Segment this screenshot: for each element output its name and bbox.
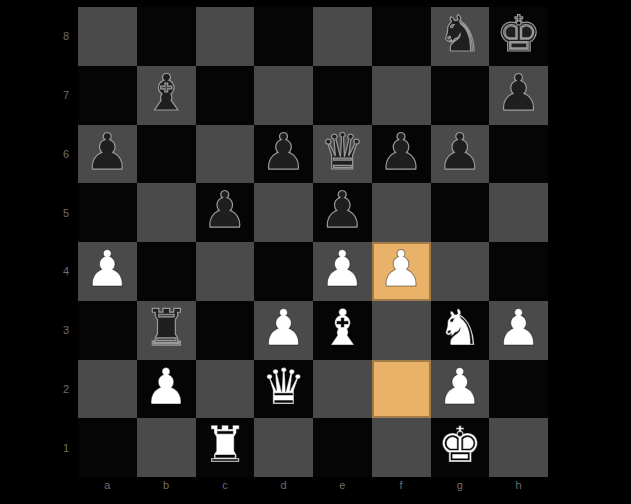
- square-f6[interactable]: ♟: [372, 125, 431, 184]
- square-g2[interactable]: ♟: [431, 360, 490, 419]
- square-g7[interactable]: [431, 66, 490, 125]
- square-b3[interactable]: ♜: [137, 301, 196, 360]
- square-f3[interactable]: [372, 301, 431, 360]
- square-d5[interactable]: [254, 183, 313, 242]
- square-c5[interactable]: ♟: [196, 183, 255, 242]
- square-b8[interactable]: [137, 7, 196, 66]
- rank-label-5: 5: [56, 183, 76, 242]
- square-b1[interactable]: [137, 418, 196, 477]
- rank-label-6: 6: [56, 125, 76, 184]
- square-b7[interactable]: ♝: [137, 66, 196, 125]
- file-label-b: b: [137, 476, 196, 494]
- square-f2[interactable]: [372, 360, 431, 419]
- square-g8[interactable]: ♞: [431, 7, 490, 66]
- black-pawn[interactable]: ♟: [379, 123, 424, 182]
- square-h8[interactable]: ♚: [489, 7, 548, 66]
- square-d4[interactable]: [254, 242, 313, 301]
- square-h6[interactable]: [489, 125, 548, 184]
- square-c6[interactable]: [196, 125, 255, 184]
- square-c7[interactable]: [196, 66, 255, 125]
- square-g3[interactable]: ♞: [431, 301, 490, 360]
- square-d3[interactable]: ♟: [254, 301, 313, 360]
- square-h3[interactable]: ♟: [489, 301, 548, 360]
- white-knight[interactable]: ♞: [437, 299, 482, 358]
- square-a8[interactable]: [78, 7, 137, 66]
- file-label-e: e: [313, 476, 372, 494]
- square-c4[interactable]: [196, 242, 255, 301]
- square-f8[interactable]: [372, 7, 431, 66]
- rank-label-7: 7: [56, 66, 76, 125]
- white-bishop[interactable]: ♝: [320, 299, 365, 358]
- black-pawn[interactable]: ♟: [261, 123, 306, 182]
- square-g6[interactable]: ♟: [431, 125, 490, 184]
- white-queen[interactable]: ♛: [261, 358, 306, 417]
- square-a1[interactable]: [78, 418, 137, 477]
- square-a6[interactable]: ♟: [78, 125, 137, 184]
- black-pawn[interactable]: ♟: [202, 181, 247, 240]
- file-label-a: a: [78, 476, 137, 494]
- square-d6[interactable]: ♟: [254, 125, 313, 184]
- rank-label-4: 4: [56, 242, 76, 301]
- square-b2[interactable]: ♟: [137, 360, 196, 419]
- file-label-d: d: [254, 476, 313, 494]
- file-label-g: g: [431, 476, 490, 494]
- square-a2[interactable]: [78, 360, 137, 419]
- square-b5[interactable]: [137, 183, 196, 242]
- square-h1[interactable]: [489, 418, 548, 477]
- square-a5[interactable]: [78, 183, 137, 242]
- square-f4[interactable]: ♟: [372, 242, 431, 301]
- square-g1[interactable]: ♚: [431, 418, 490, 477]
- square-e2[interactable]: [313, 360, 372, 419]
- chess-board: ♞♚♝♟♟♟♛♟♟♟♟♟♟♟♜♟♝♞♟♟♛♟♜♚: [78, 7, 548, 477]
- white-rook[interactable]: ♜: [202, 416, 247, 475]
- square-g4[interactable]: [431, 242, 490, 301]
- square-b6[interactable]: [137, 125, 196, 184]
- black-pawn[interactable]: ♟: [437, 123, 482, 182]
- square-c3[interactable]: [196, 301, 255, 360]
- chess-app: 87654321 ♞♚♝♟♟♟♛♟♟♟♟♟♟♟♜♟♝♞♟♟♛♟♜♚ abcdef…: [0, 0, 631, 504]
- white-king[interactable]: ♚: [437, 416, 482, 475]
- rank-label-1: 1: [56, 418, 76, 477]
- white-pawn[interactable]: ♟: [379, 240, 424, 299]
- square-c2[interactable]: [196, 360, 255, 419]
- square-c8[interactable]: [196, 7, 255, 66]
- square-f5[interactable]: [372, 183, 431, 242]
- white-pawn[interactable]: ♟: [85, 240, 130, 299]
- square-h7[interactable]: ♟: [489, 66, 548, 125]
- square-d8[interactable]: [254, 7, 313, 66]
- file-label-c: c: [196, 476, 255, 494]
- rank-label-2: 2: [56, 360, 76, 419]
- square-a4[interactable]: ♟: [78, 242, 137, 301]
- square-c1[interactable]: ♜: [196, 418, 255, 477]
- square-b4[interactable]: [137, 242, 196, 301]
- file-label-h: h: [489, 476, 548, 494]
- white-pawn[interactable]: ♟: [496, 299, 541, 358]
- rank-labels: 87654321: [56, 7, 76, 477]
- rank-label-8: 8: [56, 7, 76, 66]
- black-queen[interactable]: ♛: [320, 123, 365, 182]
- black-knight[interactable]: ♞: [437, 5, 482, 64]
- square-f1[interactable]: [372, 418, 431, 477]
- square-a7[interactable]: [78, 66, 137, 125]
- square-e6[interactable]: ♛: [313, 125, 372, 184]
- black-king[interactable]: ♚: [496, 5, 541, 64]
- square-d7[interactable]: [254, 66, 313, 125]
- black-pawn[interactable]: ♟: [320, 181, 365, 240]
- file-labels: abcdefgh: [78, 476, 548, 494]
- square-e1[interactable]: [313, 418, 372, 477]
- square-d1[interactable]: [254, 418, 313, 477]
- square-h2[interactable]: [489, 360, 548, 419]
- white-pawn[interactable]: ♟: [261, 299, 306, 358]
- square-h5[interactable]: [489, 183, 548, 242]
- black-bishop[interactable]: ♝: [144, 64, 189, 123]
- white-pawn[interactable]: ♟: [437, 358, 482, 417]
- square-e5[interactable]: ♟: [313, 183, 372, 242]
- square-d2[interactable]: ♛: [254, 360, 313, 419]
- square-e3[interactable]: ♝: [313, 301, 372, 360]
- square-a3[interactable]: [78, 301, 137, 360]
- black-pawn[interactable]: ♟: [496, 64, 541, 123]
- rank-label-3: 3: [56, 301, 76, 360]
- black-rook[interactable]: ♜: [144, 299, 189, 358]
- square-e7[interactable]: [313, 66, 372, 125]
- square-g5[interactable]: [431, 183, 490, 242]
- square-f7[interactable]: [372, 66, 431, 125]
- white-pawn[interactable]: ♟: [320, 240, 365, 299]
- square-e8[interactable]: [313, 7, 372, 66]
- square-h4[interactable]: [489, 242, 548, 301]
- black-pawn[interactable]: ♟: [85, 123, 130, 182]
- square-e4[interactable]: ♟: [313, 242, 372, 301]
- file-label-f: f: [372, 476, 431, 494]
- white-pawn[interactable]: ♟: [144, 358, 189, 417]
